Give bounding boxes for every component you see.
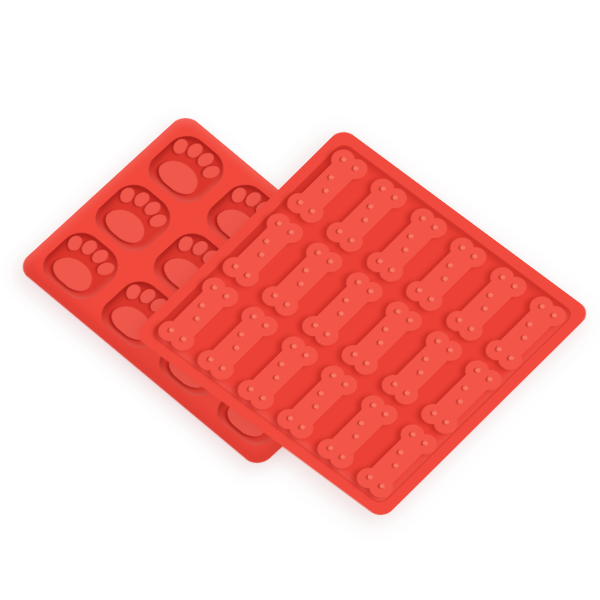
product-photo-canvas	[0, 0, 600, 600]
